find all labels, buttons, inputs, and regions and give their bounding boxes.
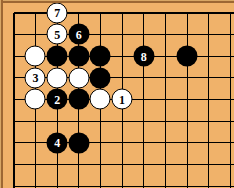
board-frame-left [0,0,3,188]
intersection-c7r6 [133,110,155,132]
intersection-c5r2 [90,24,112,46]
white-stone [25,46,46,67]
intersection-c9r9 [176,175,198,188]
move-number: 1 [119,93,125,105]
intersection-c1r3 [3,45,25,67]
intersection-c7r8 [133,154,155,176]
move-number: 5 [54,28,60,40]
intersection-c5r7 [90,132,112,154]
intersection-c6r9 [111,175,133,188]
black-stone: 6 [68,24,89,45]
intersection-c7r5 [133,89,155,111]
intersection-c11r8 [220,154,234,176]
intersection-c1r5 [3,89,25,111]
board-frame-top [0,0,234,3]
white-stone [90,89,111,110]
black-stone: 2 [47,89,68,110]
intersection-c8r5 [155,89,177,111]
intersection-c4r1 [68,3,90,24]
intersection-c3r1: 7 [46,3,68,24]
white-stone [68,67,89,88]
intersection-c4r2: 6 [68,24,90,46]
intersection-c3r4 [46,67,68,89]
go-diagram: 75683214 [0,0,234,188]
move-number: 4 [54,137,60,149]
intersection-c8r2 [155,24,177,46]
intersection-c11r7 [220,132,234,154]
black-stone [90,46,111,67]
intersection-c5r9 [90,175,112,188]
intersection-c11r5 [220,89,234,111]
intersection-c4r7 [68,132,90,154]
intersection-c9r1 [176,3,198,24]
intersection-c9r2 [176,24,198,46]
intersection-c2r6 [25,110,47,132]
intersection-c2r7 [25,132,47,154]
intersection-c9r4 [176,67,198,89]
intersection-c5r5 [90,89,112,111]
intersection-c1r7 [3,132,25,154]
intersection-c3r2: 5 [46,24,68,46]
intersection-c1r9 [3,175,25,188]
black-stone [177,46,198,67]
intersection-c10r6 [198,110,220,132]
go-board-grid: 75683214 [3,3,234,188]
black-stone [68,46,89,67]
intersection-c6r2 [111,24,133,46]
intersection-c1r1 [3,3,25,24]
black-stone: 8 [133,46,154,67]
move-number: 6 [76,28,82,40]
intersection-c7r9 [133,175,155,188]
intersection-c2r3 [25,45,47,67]
white-stone [47,67,68,88]
intersection-c3r6 [46,110,68,132]
intersection-c3r8 [46,154,68,176]
white-stone: 5 [47,24,68,45]
intersection-c4r8 [68,154,90,176]
intersection-c8r6 [155,110,177,132]
intersection-c7r1 [133,3,155,24]
intersection-c2r9 [25,175,47,188]
intersection-c9r5 [176,89,198,111]
intersection-c10r3 [198,45,220,67]
white-stone: 1 [112,89,133,110]
intersection-c6r1 [111,3,133,24]
intersection-c6r5: 1 [111,89,133,111]
intersection-c2r4: 3 [25,67,47,89]
intersection-c11r9 [220,175,234,188]
intersection-c2r2 [25,24,47,46]
move-number: 8 [141,50,147,62]
intersection-c7r4 [133,67,155,89]
intersection-c11r3 [220,45,234,67]
intersection-c3r3 [46,45,68,67]
intersection-c11r6 [220,110,234,132]
intersection-c3r7: 4 [46,132,68,154]
intersection-c2r5 [25,89,47,111]
move-number: 7 [54,7,60,19]
intersection-c6r8 [111,154,133,176]
intersection-c1r4 [3,67,25,89]
intersection-c7r3: 8 [133,45,155,67]
intersection-c5r3 [90,45,112,67]
black-stone [90,67,111,88]
intersection-c6r4 [111,67,133,89]
intersection-c5r6 [90,110,112,132]
move-number: 3 [32,72,38,84]
intersection-c10r9 [198,175,220,188]
white-stone: 3 [25,67,46,88]
intersection-c9r3 [176,45,198,67]
intersection-c1r2 [3,24,25,46]
move-number: 2 [54,93,60,105]
intersection-c6r6 [111,110,133,132]
intersection-c4r5 [68,89,90,111]
intersection-c8r7 [155,132,177,154]
intersection-c11r4 [220,67,234,89]
intersection-c8r1 [155,3,177,24]
intersection-c9r8 [176,154,198,176]
intersection-c3r9 [46,175,68,188]
intersection-c1r6 [3,110,25,132]
intersection-c10r5 [198,89,220,111]
black-stone [68,132,89,153]
intersection-c3r5: 2 [46,89,68,111]
black-stone: 4 [47,132,68,153]
intersection-c4r6 [68,110,90,132]
intersection-c6r3 [111,45,133,67]
white-stone: 7 [47,3,68,23]
intersection-c4r4 [68,67,90,89]
intersection-c11r1 [220,3,234,24]
intersection-c5r4 [90,67,112,89]
intersection-c2r1 [25,3,47,24]
intersection-c10r4 [198,67,220,89]
intersection-c8r9 [155,175,177,188]
intersection-c10r2 [198,24,220,46]
intersection-c9r7 [176,132,198,154]
black-stone [47,46,68,67]
intersection-c8r8 [155,154,177,176]
intersection-c2r8 [25,154,47,176]
intersection-c11r2 [220,24,234,46]
intersection-c5r8 [90,154,112,176]
intersection-c8r3 [155,45,177,67]
black-stone [68,89,89,110]
go-board: 75683214 [3,3,234,188]
intersection-c10r8 [198,154,220,176]
intersection-c6r7 [111,132,133,154]
intersection-c5r1 [90,3,112,24]
intersection-c8r4 [155,67,177,89]
intersection-c4r9 [68,175,90,188]
white-stone [25,89,46,110]
intersection-c9r6 [176,110,198,132]
intersection-c1r8 [3,154,25,176]
intersection-c10r7 [198,132,220,154]
intersection-c4r3 [68,45,90,67]
intersection-c7r7 [133,132,155,154]
intersection-c10r1 [198,3,220,24]
intersection-c7r2 [133,24,155,46]
